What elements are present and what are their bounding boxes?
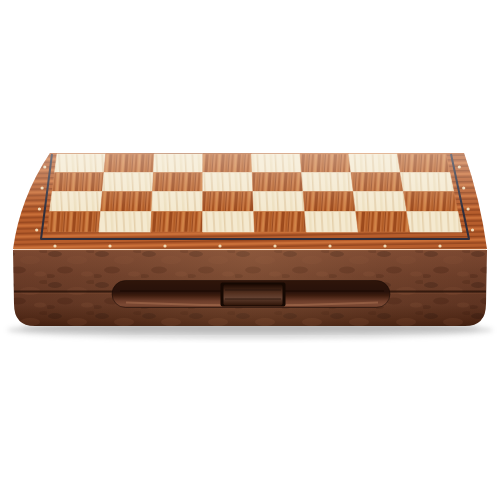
latch-groove <box>112 281 390 308</box>
chess-box-scene <box>0 0 500 500</box>
glare-overlay <box>13 153 487 249</box>
latch-handle <box>224 285 283 306</box>
chess-box-photo <box>0 0 500 500</box>
